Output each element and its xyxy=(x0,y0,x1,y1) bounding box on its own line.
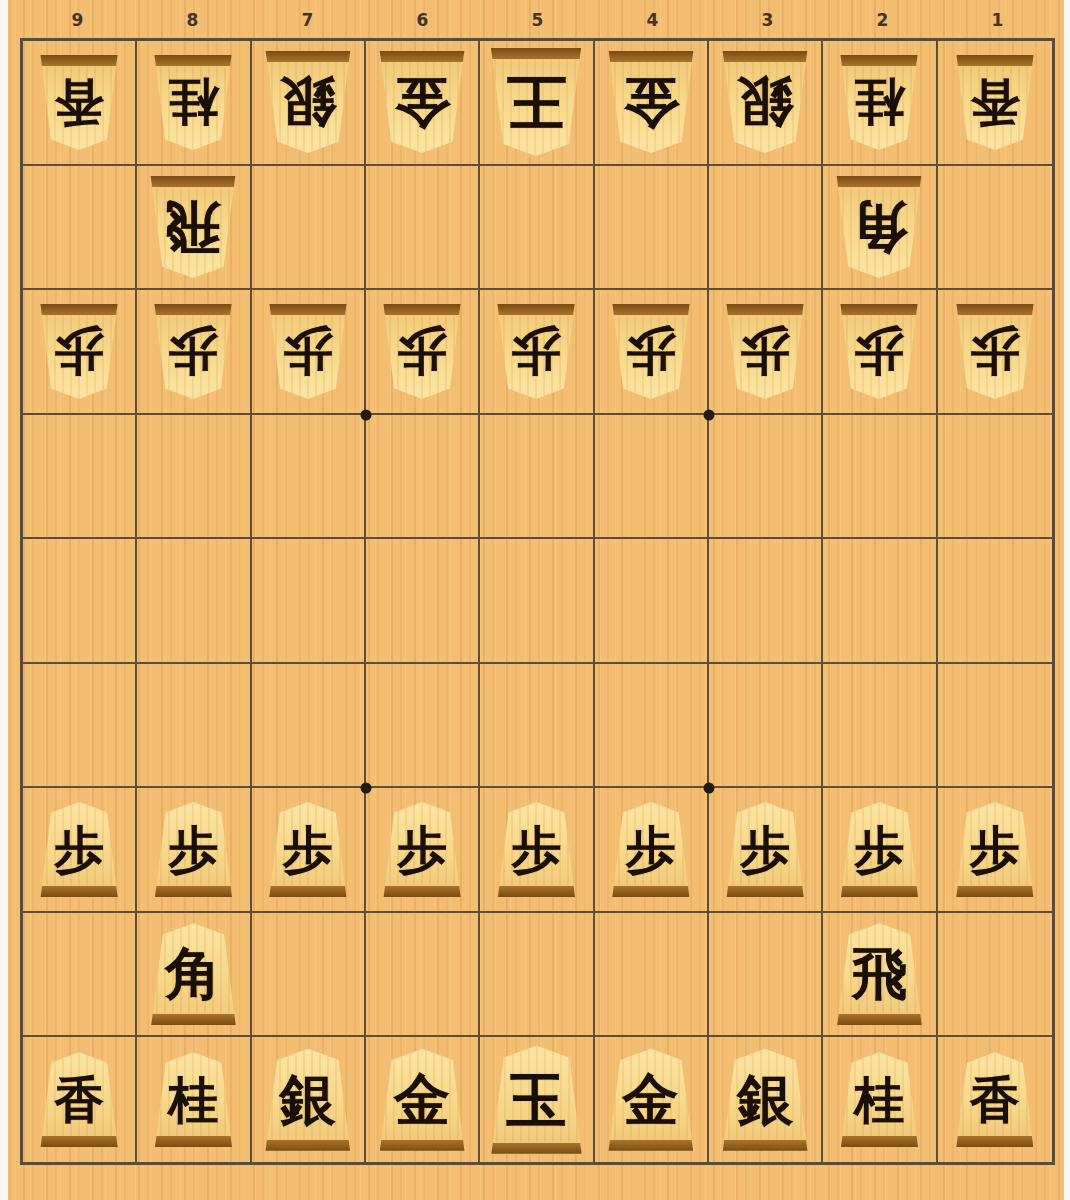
piece-kanji: 香 xyxy=(970,1075,1020,1125)
piece-sente-knight[interactable]: 桂 xyxy=(152,1052,234,1147)
square-8f[interactable] xyxy=(137,664,251,789)
piece-gote-gold[interactable]: 金 xyxy=(606,51,696,153)
square-8i[interactable]: 桂 xyxy=(137,1037,251,1162)
square-5g[interactable]: 歩 xyxy=(480,788,594,913)
piece-kanji: 桂 xyxy=(854,77,904,127)
square-6d[interactable] xyxy=(366,415,480,540)
piece-kanji: 歩 xyxy=(970,825,1020,875)
square-2i[interactable]: 桂 xyxy=(823,1037,937,1162)
shogi-board-screenshot: 987654321 香桂銀金王金銀桂香飛角歩歩歩歩歩歩歩歩歩歩歩歩歩歩歩歩歩歩角… xyxy=(0,0,1070,1200)
square-7b[interactable] xyxy=(252,166,366,291)
piece-sente-gold[interactable]: 金 xyxy=(377,1049,467,1151)
piece-kanji: 歩 xyxy=(511,825,561,875)
square-7i[interactable]: 銀 xyxy=(252,1037,366,1162)
piece-sente-pawn[interactable]: 歩 xyxy=(267,802,349,897)
piece-kanji: 角 xyxy=(851,199,907,255)
piece-kanji: 歩 xyxy=(283,825,333,875)
piece-kanji: 歩 xyxy=(970,326,1020,376)
square-8c[interactable]: 歩 xyxy=(137,290,251,415)
square-4f[interactable] xyxy=(595,664,709,789)
square-3h[interactable] xyxy=(709,913,823,1038)
piece-kanji: 歩 xyxy=(168,326,218,376)
piece-gote-pawn[interactable]: 歩 xyxy=(381,304,463,399)
square-7d[interactable] xyxy=(252,415,366,540)
square-5e[interactable] xyxy=(480,539,594,664)
file-label-5: 5 xyxy=(480,0,595,38)
piece-gote-king[interactable]: 王 xyxy=(488,48,584,156)
piece-kanji: 香 xyxy=(970,77,1020,127)
piece-gote-knight[interactable]: 桂 xyxy=(838,55,920,150)
hoshi-dot xyxy=(704,783,715,794)
square-5i[interactable]: 玉 xyxy=(480,1037,594,1162)
piece-kanji: 歩 xyxy=(740,825,790,875)
piece-kanji: 桂 xyxy=(168,1075,218,1125)
piece-kanji: 歩 xyxy=(397,326,447,376)
file-label-4: 4 xyxy=(595,0,710,38)
piece-kanji: 香 xyxy=(54,1075,104,1125)
piece-kanji: 銀 xyxy=(737,1072,793,1128)
file-label-1: 1 xyxy=(940,0,1055,38)
square-1a[interactable]: 香 xyxy=(938,41,1052,166)
square-4e[interactable] xyxy=(595,539,709,664)
piece-kanji: 玉 xyxy=(506,1070,566,1130)
piece-sente-pawn[interactable]: 歩 xyxy=(381,802,463,897)
piece-sente-lance[interactable]: 香 xyxy=(38,1052,120,1147)
square-3g[interactable]: 歩 xyxy=(709,788,823,913)
piece-gote-pawn[interactable]: 歩 xyxy=(724,304,806,399)
piece-kanji: 香 xyxy=(54,77,104,127)
piece-sente-silver[interactable]: 銀 xyxy=(263,1049,353,1151)
square-4i[interactable]: 金 xyxy=(595,1037,709,1162)
square-2h[interactable]: 飛 xyxy=(823,913,937,1038)
page-edge-left xyxy=(0,0,8,1200)
piece-kanji: 歩 xyxy=(511,326,561,376)
piece-sente-pawn[interactable]: 歩 xyxy=(724,802,806,897)
square-7e[interactable] xyxy=(252,539,366,664)
piece-gote-pawn[interactable]: 歩 xyxy=(838,304,920,399)
file-label-8: 8 xyxy=(135,0,250,38)
file-label-2: 2 xyxy=(825,0,940,38)
square-4a[interactable]: 金 xyxy=(595,41,709,166)
piece-kanji: 金 xyxy=(623,1072,679,1128)
square-2g[interactable]: 歩 xyxy=(823,788,937,913)
square-9f[interactable] xyxy=(23,664,137,789)
file-label-9: 9 xyxy=(20,0,135,38)
square-3e[interactable] xyxy=(709,539,823,664)
board-grid: 香桂銀金王金銀桂香飛角歩歩歩歩歩歩歩歩歩歩歩歩歩歩歩歩歩歩角飛香桂銀金玉金銀桂香 xyxy=(20,38,1055,1165)
square-5b[interactable] xyxy=(480,166,594,291)
square-6c[interactable]: 歩 xyxy=(366,290,480,415)
piece-kanji: 歩 xyxy=(626,326,676,376)
piece-gote-lance[interactable]: 香 xyxy=(38,55,120,150)
piece-kanji: 飛 xyxy=(851,946,907,1002)
square-7a[interactable]: 銀 xyxy=(252,41,366,166)
square-3b[interactable] xyxy=(709,166,823,291)
piece-gote-lance[interactable]: 香 xyxy=(954,55,1036,150)
square-4c[interactable]: 歩 xyxy=(595,290,709,415)
piece-sente-pawn[interactable]: 歩 xyxy=(610,802,692,897)
piece-kanji: 銀 xyxy=(280,74,336,130)
piece-kanji: 歩 xyxy=(168,825,218,875)
square-8d[interactable] xyxy=(137,415,251,540)
piece-sente-rook[interactable]: 飛 xyxy=(834,923,924,1025)
piece-gote-gold[interactable]: 金 xyxy=(377,51,467,153)
square-6e[interactable] xyxy=(366,539,480,664)
square-2b[interactable]: 角 xyxy=(823,166,937,291)
piece-kanji: 銀 xyxy=(737,74,793,130)
piece-sente-pawn[interactable]: 歩 xyxy=(838,802,920,897)
piece-gote-silver[interactable]: 銀 xyxy=(720,51,810,153)
square-9c[interactable]: 歩 xyxy=(23,290,137,415)
square-8g[interactable]: 歩 xyxy=(137,788,251,913)
square-1e[interactable] xyxy=(938,539,1052,664)
piece-kanji: 王 xyxy=(506,72,566,132)
piece-gote-knight[interactable]: 桂 xyxy=(152,55,234,150)
square-6a[interactable]: 金 xyxy=(366,41,480,166)
square-1h[interactable] xyxy=(938,913,1052,1038)
file-label-6: 6 xyxy=(365,0,480,38)
square-6f[interactable] xyxy=(366,664,480,789)
square-9g[interactable]: 歩 xyxy=(23,788,137,913)
piece-sente-knight[interactable]: 桂 xyxy=(838,1052,920,1147)
piece-sente-bishop[interactable]: 角 xyxy=(148,923,238,1025)
piece-kanji: 桂 xyxy=(854,1075,904,1125)
square-5a[interactable]: 王 xyxy=(480,41,594,166)
square-9b[interactable] xyxy=(23,166,137,291)
page-edge-right xyxy=(1064,0,1070,1200)
piece-kanji: 歩 xyxy=(397,825,447,875)
piece-kanji: 歩 xyxy=(854,326,904,376)
square-9h[interactable] xyxy=(23,913,137,1038)
piece-sente-pawn[interactable]: 歩 xyxy=(495,802,577,897)
square-5c[interactable]: 歩 xyxy=(480,290,594,415)
piece-sente-lance[interactable]: 香 xyxy=(954,1052,1036,1147)
piece-kanji: 歩 xyxy=(283,326,333,376)
piece-kanji: 角 xyxy=(165,946,221,1002)
square-1c[interactable]: 歩 xyxy=(938,290,1052,415)
square-5h[interactable] xyxy=(480,913,594,1038)
piece-gote-bishop[interactable]: 角 xyxy=(834,176,924,278)
piece-kanji: 歩 xyxy=(54,825,104,875)
piece-gote-pawn[interactable]: 歩 xyxy=(38,304,120,399)
piece-kanji: 歩 xyxy=(626,825,676,875)
square-3a[interactable]: 銀 xyxy=(709,41,823,166)
square-4b[interactable] xyxy=(595,166,709,291)
square-9e[interactable] xyxy=(23,539,137,664)
piece-sente-pawn[interactable]: 歩 xyxy=(152,802,234,897)
square-1b[interactable] xyxy=(938,166,1052,291)
square-9a[interactable]: 香 xyxy=(23,41,137,166)
piece-kanji: 飛 xyxy=(165,199,221,255)
square-7f[interactable] xyxy=(252,664,366,789)
piece-kanji: 歩 xyxy=(854,825,904,875)
square-7h[interactable] xyxy=(252,913,366,1038)
square-3d[interactable] xyxy=(709,415,823,540)
square-2c[interactable]: 歩 xyxy=(823,290,937,415)
square-8e[interactable] xyxy=(137,539,251,664)
file-label-3: 3 xyxy=(710,0,825,38)
piece-gote-pawn[interactable]: 歩 xyxy=(267,304,349,399)
piece-gote-pawn[interactable]: 歩 xyxy=(610,304,692,399)
piece-kanji: 桂 xyxy=(168,77,218,127)
square-4h[interactable] xyxy=(595,913,709,1038)
piece-kanji: 歩 xyxy=(54,326,104,376)
file-labels: 987654321 xyxy=(20,0,1055,38)
hoshi-dot xyxy=(361,409,372,420)
hoshi-dot xyxy=(704,409,715,420)
square-1g[interactable]: 歩 xyxy=(938,788,1052,913)
piece-kanji: 金 xyxy=(394,74,450,130)
file-label-7: 7 xyxy=(250,0,365,38)
piece-gote-silver[interactable]: 銀 xyxy=(263,51,353,153)
square-9d[interactable] xyxy=(23,415,137,540)
piece-kanji: 金 xyxy=(623,74,679,130)
square-4g[interactable]: 歩 xyxy=(595,788,709,913)
square-8h[interactable]: 角 xyxy=(137,913,251,1038)
square-4d[interactable] xyxy=(595,415,709,540)
piece-sente-gold[interactable]: 金 xyxy=(606,1049,696,1151)
piece-kanji: 銀 xyxy=(280,1072,336,1128)
piece-gote-rook[interactable]: 飛 xyxy=(148,176,238,278)
piece-gote-pawn[interactable]: 歩 xyxy=(495,304,577,399)
square-7c[interactable]: 歩 xyxy=(252,290,366,415)
square-1i[interactable]: 香 xyxy=(938,1037,1052,1162)
square-6b[interactable] xyxy=(366,166,480,291)
square-2f[interactable] xyxy=(823,664,937,789)
square-3c[interactable]: 歩 xyxy=(709,290,823,415)
square-6h[interactable] xyxy=(366,913,480,1038)
square-1d[interactable] xyxy=(938,415,1052,540)
piece-gote-pawn[interactable]: 歩 xyxy=(152,304,234,399)
square-6i[interactable]: 金 xyxy=(366,1037,480,1162)
piece-kanji: 金 xyxy=(394,1072,450,1128)
square-3i[interactable]: 銀 xyxy=(709,1037,823,1162)
piece-sente-pawn[interactable]: 歩 xyxy=(954,802,1036,897)
square-8a[interactable]: 桂 xyxy=(137,41,251,166)
square-8b[interactable]: 飛 xyxy=(137,166,251,291)
square-6g[interactable]: 歩 xyxy=(366,788,480,913)
square-7g[interactable]: 歩 xyxy=(252,788,366,913)
square-2d[interactable] xyxy=(823,415,937,540)
square-1f[interactable] xyxy=(938,664,1052,789)
square-3f[interactable] xyxy=(709,664,823,789)
square-2e[interactable] xyxy=(823,539,937,664)
square-9i[interactable]: 香 xyxy=(23,1037,137,1162)
piece-kanji: 歩 xyxy=(740,326,790,376)
hoshi-dot xyxy=(361,783,372,794)
square-2a[interactable]: 桂 xyxy=(823,41,937,166)
piece-gote-pawn[interactable]: 歩 xyxy=(954,304,1036,399)
piece-sente-king[interactable]: 玉 xyxy=(488,1046,584,1154)
square-5d[interactable] xyxy=(480,415,594,540)
square-5f[interactable] xyxy=(480,664,594,789)
piece-sente-silver[interactable]: 銀 xyxy=(720,1049,810,1151)
piece-sente-pawn[interactable]: 歩 xyxy=(38,802,120,897)
